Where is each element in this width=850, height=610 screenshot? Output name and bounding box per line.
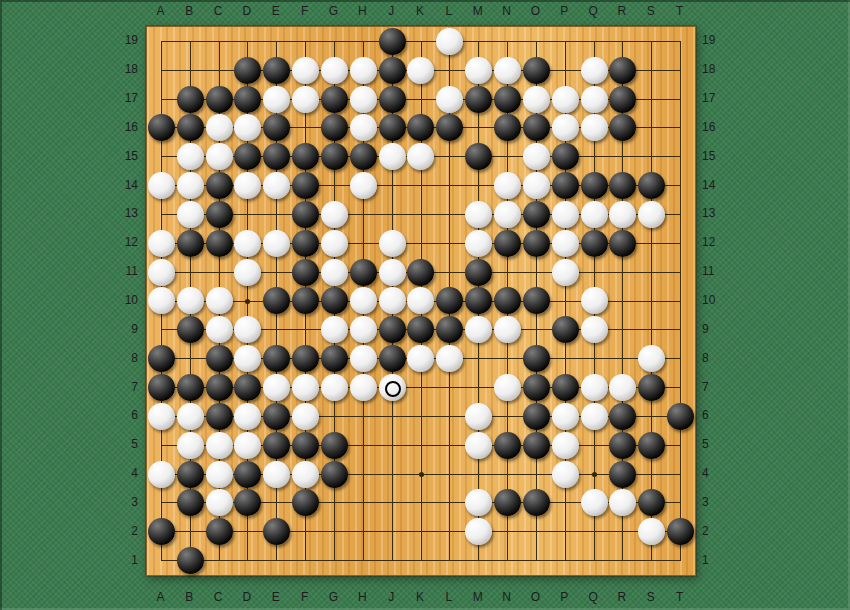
- stone-black-R12[interactable]: [609, 230, 636, 257]
- column-label: J: [388, 591, 394, 603]
- stone-white-E14[interactable]: [263, 172, 290, 199]
- column-labels-top: ABCDEFGHJKLMNOPQRST: [146, 1, 694, 20]
- stone-black-P7[interactable]: [552, 374, 579, 401]
- stone-white-J12[interactable]: [379, 230, 406, 257]
- stone-white-J7[interactable]: [379, 374, 406, 401]
- stone-white-D5[interactable]: [234, 432, 261, 459]
- row-label: 16: [702, 121, 715, 133]
- column-label: A: [156, 5, 164, 17]
- stone-black-L16[interactable]: [436, 114, 463, 141]
- intersections[interactable]: [147, 27, 695, 575]
- stone-black-O18[interactable]: [523, 57, 550, 84]
- row-label: 2: [702, 525, 709, 537]
- stone-white-A6[interactable]: [148, 403, 175, 430]
- stone-white-F18[interactable]: [292, 57, 319, 84]
- stone-black-T2[interactable]: [667, 518, 694, 545]
- stone-white-F6[interactable]: [292, 403, 319, 430]
- stone-black-F5[interactable]: [292, 432, 319, 459]
- stone-black-C14[interactable]: [206, 172, 233, 199]
- stone-white-P11[interactable]: [552, 259, 579, 286]
- row-label: 18: [702, 63, 715, 75]
- stone-white-C16[interactable]: [206, 114, 233, 141]
- column-label: N: [502, 591, 511, 603]
- stone-white-J10[interactable]: [379, 287, 406, 314]
- stone-black-R16[interactable]: [609, 114, 636, 141]
- stone-black-K16[interactable]: [407, 114, 434, 141]
- stone-black-N10[interactable]: [494, 287, 521, 314]
- column-label: G: [329, 5, 338, 17]
- stone-white-G18[interactable]: [321, 57, 348, 84]
- stone-white-B6[interactable]: [177, 403, 204, 430]
- stone-white-R3[interactable]: [609, 489, 636, 516]
- stone-black-O5[interactable]: [523, 432, 550, 459]
- row-label: 14: [702, 179, 715, 191]
- stone-black-R17[interactable]: [609, 86, 636, 113]
- stone-white-D11[interactable]: [234, 259, 261, 286]
- stone-white-Q18[interactable]: [581, 57, 608, 84]
- stone-white-M9[interactable]: [465, 316, 492, 343]
- stone-black-B4[interactable]: [177, 461, 204, 488]
- column-label: M: [473, 591, 483, 603]
- stone-black-O6[interactable]: [523, 403, 550, 430]
- stone-white-F7[interactable]: [292, 374, 319, 401]
- stone-black-P9[interactable]: [552, 316, 579, 343]
- stone-white-N7[interactable]: [494, 374, 521, 401]
- stone-black-O12[interactable]: [523, 230, 550, 257]
- row-label: 10: [125, 294, 138, 306]
- column-label: F: [301, 591, 308, 603]
- stone-black-E5[interactable]: [263, 432, 290, 459]
- row-label: 17: [702, 92, 715, 104]
- stone-white-H7[interactable]: [350, 374, 377, 401]
- stone-black-C6[interactable]: [206, 403, 233, 430]
- column-label: R: [618, 5, 627, 17]
- stone-black-F15[interactable]: [292, 143, 319, 170]
- row-label: 5: [131, 438, 138, 450]
- column-label: F: [301, 5, 308, 17]
- row-label: 1: [702, 554, 709, 566]
- stone-black-G10[interactable]: [321, 287, 348, 314]
- column-label: E: [272, 5, 280, 17]
- stone-white-D12[interactable]: [234, 230, 261, 257]
- stone-black-R18[interactable]: [609, 57, 636, 84]
- stone-white-N14[interactable]: [494, 172, 521, 199]
- stone-white-M18[interactable]: [465, 57, 492, 84]
- stone-black-R4[interactable]: [609, 461, 636, 488]
- stone-black-D4[interactable]: [234, 461, 261, 488]
- stone-white-B15[interactable]: [177, 143, 204, 170]
- stone-black-Q12[interactable]: [581, 230, 608, 257]
- stone-white-H16[interactable]: [350, 114, 377, 141]
- stone-white-G11[interactable]: [321, 259, 348, 286]
- stone-white-E4[interactable]: [263, 461, 290, 488]
- stone-black-G17[interactable]: [321, 86, 348, 113]
- stone-white-N18[interactable]: [494, 57, 521, 84]
- stone-white-E17[interactable]: [263, 86, 290, 113]
- stone-black-O16[interactable]: [523, 114, 550, 141]
- stone-white-N9[interactable]: [494, 316, 521, 343]
- stone-white-B10[interactable]: [177, 287, 204, 314]
- column-labels-bottom: ABCDEFGHJKLMNOPQRST: [146, 587, 694, 606]
- stone-white-D9[interactable]: [234, 316, 261, 343]
- stone-black-F3[interactable]: [292, 489, 319, 516]
- stone-white-O17[interactable]: [523, 86, 550, 113]
- stone-black-F14[interactable]: [292, 172, 319, 199]
- column-label: Q: [588, 5, 597, 17]
- stone-white-M2[interactable]: [465, 518, 492, 545]
- row-label: 11: [126, 265, 138, 277]
- column-label: H: [358, 591, 367, 603]
- stone-black-M10[interactable]: [465, 287, 492, 314]
- stone-white-P17[interactable]: [552, 86, 579, 113]
- stone-white-F4[interactable]: [292, 461, 319, 488]
- row-label: 8: [702, 352, 709, 364]
- column-label: O: [531, 5, 540, 17]
- stone-black-N16[interactable]: [494, 114, 521, 141]
- stone-white-C9[interactable]: [206, 316, 233, 343]
- column-label: E: [272, 591, 280, 603]
- stone-white-P6[interactable]: [552, 403, 579, 430]
- stone-white-P12[interactable]: [552, 230, 579, 257]
- stone-black-J17[interactable]: [379, 86, 406, 113]
- column-label: S: [647, 591, 655, 603]
- last-move-marker: [385, 381, 401, 397]
- stone-black-J8[interactable]: [379, 345, 406, 372]
- row-label: 3: [131, 496, 138, 508]
- column-label: T: [676, 5, 683, 17]
- column-label: L: [445, 5, 452, 17]
- row-label: 7: [131, 381, 138, 393]
- row-label: 12: [125, 236, 138, 248]
- stone-black-F12[interactable]: [292, 230, 319, 257]
- stone-white-H8[interactable]: [350, 345, 377, 372]
- column-label: A: [156, 591, 164, 603]
- stone-white-Q16[interactable]: [581, 114, 608, 141]
- stone-white-L8[interactable]: [436, 345, 463, 372]
- stone-black-B7[interactable]: [177, 374, 204, 401]
- stone-black-O7[interactable]: [523, 374, 550, 401]
- row-label: 12: [702, 236, 715, 248]
- stone-black-H15[interactable]: [350, 143, 377, 170]
- stone-white-F17[interactable]: [292, 86, 319, 113]
- row-label: 10: [702, 294, 715, 306]
- stone-black-M11[interactable]: [465, 259, 492, 286]
- stone-white-M5[interactable]: [465, 432, 492, 459]
- stone-white-R7[interactable]: [609, 374, 636, 401]
- column-label: T: [676, 591, 683, 603]
- stone-white-D16[interactable]: [234, 114, 261, 141]
- stone-black-A7[interactable]: [148, 374, 175, 401]
- stone-black-C7[interactable]: [206, 374, 233, 401]
- column-label: C: [214, 5, 223, 17]
- stone-black-F11[interactable]: [292, 259, 319, 286]
- stone-white-C5[interactable]: [206, 432, 233, 459]
- stone-white-S8[interactable]: [638, 345, 665, 372]
- stone-black-B16[interactable]: [177, 114, 204, 141]
- stone-white-M3[interactable]: [465, 489, 492, 516]
- stone-white-R13[interactable]: [609, 201, 636, 228]
- column-label: N: [502, 5, 511, 17]
- stone-black-G5[interactable]: [321, 432, 348, 459]
- stone-black-L9[interactable]: [436, 316, 463, 343]
- stone-black-R6[interactable]: [609, 403, 636, 430]
- stone-white-C10[interactable]: [206, 287, 233, 314]
- stone-white-M13[interactable]: [465, 201, 492, 228]
- stone-white-H9[interactable]: [350, 316, 377, 343]
- row-label: 4: [702, 467, 709, 479]
- stone-black-B3[interactable]: [177, 489, 204, 516]
- column-label: Q: [588, 591, 597, 603]
- stone-white-K8[interactable]: [407, 345, 434, 372]
- stone-black-Q14[interactable]: [581, 172, 608, 199]
- stone-black-A8[interactable]: [148, 345, 175, 372]
- row-label: 14: [125, 179, 138, 191]
- stone-white-K18[interactable]: [407, 57, 434, 84]
- stone-white-A10[interactable]: [148, 287, 175, 314]
- row-label: 18: [125, 63, 138, 75]
- stone-white-E7[interactable]: [263, 374, 290, 401]
- stone-white-H18[interactable]: [350, 57, 377, 84]
- stone-black-G15[interactable]: [321, 143, 348, 170]
- stone-white-Q6[interactable]: [581, 403, 608, 430]
- stone-white-P13[interactable]: [552, 201, 579, 228]
- stone-white-B5[interactable]: [177, 432, 204, 459]
- stone-black-A16[interactable]: [148, 114, 175, 141]
- row-label: 19: [702, 34, 715, 46]
- stone-white-Q13[interactable]: [581, 201, 608, 228]
- row-label: 6: [131, 409, 138, 421]
- row-label: 11: [702, 265, 714, 277]
- stone-black-G4[interactable]: [321, 461, 348, 488]
- stone-black-D7[interactable]: [234, 374, 261, 401]
- stone-black-D15[interactable]: [234, 143, 261, 170]
- row-label: 4: [131, 467, 138, 479]
- row-label: 2: [131, 525, 138, 537]
- stone-white-G9[interactable]: [321, 316, 348, 343]
- stone-black-T6[interactable]: [667, 403, 694, 430]
- row-label: 1: [131, 554, 138, 566]
- column-label: M: [473, 5, 483, 17]
- stone-white-E12[interactable]: [263, 230, 290, 257]
- stone-black-P15[interactable]: [552, 143, 579, 170]
- stone-white-O15[interactable]: [523, 143, 550, 170]
- stone-white-G12[interactable]: [321, 230, 348, 257]
- stone-black-J18[interactable]: [379, 57, 406, 84]
- stone-black-K11[interactable]: [407, 259, 434, 286]
- stone-black-O13[interactable]: [523, 201, 550, 228]
- stone-white-P16[interactable]: [552, 114, 579, 141]
- row-label: 13: [125, 207, 138, 219]
- column-label: C: [214, 591, 223, 603]
- stone-black-C12[interactable]: [206, 230, 233, 257]
- column-label: P: [560, 591, 568, 603]
- stone-white-Q10[interactable]: [581, 287, 608, 314]
- stone-black-N12[interactable]: [494, 230, 521, 257]
- stone-black-E15[interactable]: [263, 143, 290, 170]
- stone-black-F8[interactable]: [292, 345, 319, 372]
- stone-black-J9[interactable]: [379, 316, 406, 343]
- stone-black-G8[interactable]: [321, 345, 348, 372]
- row-label: 13: [702, 207, 715, 219]
- stone-white-S2[interactable]: [638, 518, 665, 545]
- row-label: 6: [702, 409, 709, 421]
- stone-white-Q17[interactable]: [581, 86, 608, 113]
- stone-white-M6[interactable]: [465, 403, 492, 430]
- column-label: P: [560, 5, 568, 17]
- column-label: O: [531, 591, 540, 603]
- stone-white-G13[interactable]: [321, 201, 348, 228]
- column-label: H: [358, 5, 367, 17]
- stone-black-S3[interactable]: [638, 489, 665, 516]
- stone-white-Q7[interactable]: [581, 374, 608, 401]
- stone-black-B12[interactable]: [177, 230, 204, 257]
- stone-white-C15[interactable]: [206, 143, 233, 170]
- stone-black-B9[interactable]: [177, 316, 204, 343]
- stone-black-P14[interactable]: [552, 172, 579, 199]
- stone-white-G7[interactable]: [321, 374, 348, 401]
- stone-black-H11[interactable]: [350, 259, 377, 286]
- stone-black-O10[interactable]: [523, 287, 550, 314]
- column-label: L: [445, 591, 452, 603]
- stone-black-B17[interactable]: [177, 86, 204, 113]
- column-label: K: [416, 591, 424, 603]
- stone-white-Q9[interactable]: [581, 316, 608, 343]
- stone-black-F13[interactable]: [292, 201, 319, 228]
- stone-white-K15[interactable]: [407, 143, 434, 170]
- stone-white-C3[interactable]: [206, 489, 233, 516]
- stone-black-O3[interactable]: [523, 489, 550, 516]
- stone-white-O14[interactable]: [523, 172, 550, 199]
- stone-black-B1[interactable]: [177, 547, 204, 574]
- stone-white-J11[interactable]: [379, 259, 406, 286]
- stone-white-H10[interactable]: [350, 287, 377, 314]
- stone-black-N5[interactable]: [494, 432, 521, 459]
- stone-white-M12[interactable]: [465, 230, 492, 257]
- stone-black-S14[interactable]: [638, 172, 665, 199]
- column-label: S: [647, 5, 655, 17]
- row-label: 9: [131, 323, 138, 335]
- stone-white-Q3[interactable]: [581, 489, 608, 516]
- column-label: J: [388, 5, 394, 17]
- stone-white-A11[interactable]: [148, 259, 175, 286]
- stone-black-G16[interactable]: [321, 114, 348, 141]
- stone-white-P5[interactable]: [552, 432, 579, 459]
- row-label: 5: [702, 438, 709, 450]
- stone-black-A2[interactable]: [148, 518, 175, 545]
- goban[interactable]: [146, 26, 696, 576]
- column-label: B: [185, 5, 193, 17]
- stone-black-M17[interactable]: [465, 86, 492, 113]
- stone-black-N3[interactable]: [494, 489, 521, 516]
- stone-white-L17[interactable]: [436, 86, 463, 113]
- row-label: 15: [125, 150, 138, 162]
- stone-white-J15[interactable]: [379, 143, 406, 170]
- stone-black-E8[interactable]: [263, 345, 290, 372]
- row-label: 15: [702, 150, 715, 162]
- stone-white-S13[interactable]: [638, 201, 665, 228]
- stone-black-E10[interactable]: [263, 287, 290, 314]
- stone-black-F10[interactable]: [292, 287, 319, 314]
- row-label: 9: [702, 323, 709, 335]
- row-label: 8: [131, 352, 138, 364]
- stone-black-K9[interactable]: [407, 316, 434, 343]
- stone-white-K10[interactable]: [407, 287, 434, 314]
- row-labels-left: 19181716151413121110987654321: [102, 26, 138, 574]
- stone-white-H17[interactable]: [350, 86, 377, 113]
- stone-white-B14[interactable]: [177, 172, 204, 199]
- stone-black-O8[interactable]: [523, 345, 550, 372]
- stone-white-A12[interactable]: [148, 230, 175, 257]
- stone-white-A4[interactable]: [148, 461, 175, 488]
- column-label: D: [243, 591, 252, 603]
- row-label: 16: [125, 121, 138, 133]
- stone-white-D8[interactable]: [234, 345, 261, 372]
- row-label: 7: [702, 381, 709, 393]
- row-labels-right: 19181716151413121110987654321: [702, 26, 738, 574]
- stone-black-N17[interactable]: [494, 86, 521, 113]
- stone-black-C13[interactable]: [206, 201, 233, 228]
- stone-white-B13[interactable]: [177, 201, 204, 228]
- stone-black-J19[interactable]: [379, 28, 406, 55]
- column-label: R: [618, 591, 627, 603]
- stone-black-C17[interactable]: [206, 86, 233, 113]
- stone-black-R5[interactable]: [609, 432, 636, 459]
- stone-white-D14[interactable]: [234, 172, 261, 199]
- stone-black-D17[interactable]: [234, 86, 261, 113]
- stone-white-N13[interactable]: [494, 201, 521, 228]
- stone-black-E6[interactable]: [263, 403, 290, 430]
- go-client-window: ABCDEFGHJKLMNOPQRST ABCDEFGHJKLMNOPQRST …: [0, 0, 850, 610]
- stone-black-C8[interactable]: [206, 345, 233, 372]
- stone-black-M15[interactable]: [465, 143, 492, 170]
- stone-black-D18[interactable]: [234, 57, 261, 84]
- column-label: K: [416, 5, 424, 17]
- stone-black-R14[interactable]: [609, 172, 636, 199]
- stone-black-E18[interactable]: [263, 57, 290, 84]
- stone-black-J16[interactable]: [379, 114, 406, 141]
- stone-white-C4[interactable]: [206, 461, 233, 488]
- stone-black-L10[interactable]: [436, 287, 463, 314]
- row-label: 3: [702, 496, 709, 508]
- stone-black-D3[interactable]: [234, 489, 261, 516]
- column-label: G: [329, 591, 338, 603]
- column-label: B: [185, 591, 193, 603]
- stone-black-S5[interactable]: [638, 432, 665, 459]
- stone-white-H14[interactable]: [350, 172, 377, 199]
- stone-white-D6[interactable]: [234, 403, 261, 430]
- stone-white-L19[interactable]: [436, 28, 463, 55]
- stone-black-E16[interactable]: [263, 114, 290, 141]
- stone-white-A14[interactable]: [148, 172, 175, 199]
- stone-black-C2[interactable]: [206, 518, 233, 545]
- row-label: 19: [125, 34, 138, 46]
- stone-white-P4[interactable]: [552, 461, 579, 488]
- row-label: 17: [125, 92, 138, 104]
- stone-black-S7[interactable]: [638, 374, 665, 401]
- column-label: D: [243, 5, 252, 17]
- stone-black-E2[interactable]: [263, 518, 290, 545]
